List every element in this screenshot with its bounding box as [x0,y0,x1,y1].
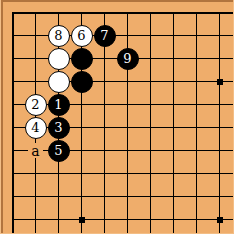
stone-black-C15[interactable]: 1 [48,94,70,116]
board-frame-left-highlight [0,0,1,234]
intersection-F18[interactable] [116,24,139,47]
intersection-K10[interactable] [208,208,231,231]
intersection-H13[interactable] [162,139,185,162]
stone-move-number: 2 [31,98,39,111]
intersection-E11[interactable] [93,185,116,208]
intersection-B15[interactable]: 2 [24,93,47,116]
intersection-G12[interactable] [139,162,162,185]
intersection-J10[interactable] [185,208,208,231]
intersection-F13[interactable] [116,139,139,162]
intersection-F19[interactable] [116,1,139,24]
intersection-D15[interactable] [70,93,93,116]
intersection-F12[interactable] [116,162,139,185]
stone-white-C16[interactable] [48,71,70,93]
intersection-B14[interactable]: 4 [24,116,47,139]
intersection-E16[interactable] [93,70,116,93]
star-point [217,79,223,85]
intersection-G10[interactable] [139,208,162,231]
intersection-A13[interactable] [1,139,24,162]
stone-black-D17[interactable] [71,48,93,70]
intersection-E10[interactable] [93,208,116,231]
intersection-F14[interactable] [116,116,139,139]
intersection-K15[interactable] [208,93,231,116]
stone-black-F17[interactable]: 9 [117,48,139,70]
board-cut-edge-right [233,0,234,234]
intersection-H14[interactable] [162,116,185,139]
intersection-D17[interactable] [70,47,93,70]
intersection-E19[interactable] [93,1,116,24]
stone-move-number: 4 [31,121,39,134]
intersection-E13[interactable] [93,139,116,162]
intersection-A16[interactable] [1,70,24,93]
intersection-G11[interactable] [139,185,162,208]
stone-move-number: 5 [54,144,62,157]
intersection-G16[interactable] [139,70,162,93]
intersection-G14[interactable] [139,116,162,139]
intersection-J16[interactable] [185,70,208,93]
intersection-B16[interactable] [24,70,47,93]
intersection-K19[interactable] [208,1,231,24]
intersection-H15[interactable] [162,93,185,116]
board-cut-edge-bottom [0,233,234,234]
stone-move-number: 3 [54,121,62,134]
stone-white-B14[interactable]: 4 [25,117,47,139]
intersection-C12[interactable] [47,162,70,185]
board-frame-left-edge [1,0,3,234]
intersection-K13[interactable] [208,139,231,162]
stone-black-C13[interactable]: 5 [48,140,70,162]
intersection-A12[interactable] [1,162,24,185]
intersection-K16[interactable] [208,70,231,93]
intersection-G17[interactable] [139,47,162,70]
intersection-B11[interactable] [24,185,47,208]
intersection-E17[interactable] [93,47,116,70]
intersection-D18[interactable]: 6 [70,24,93,47]
intersection-B12[interactable] [24,162,47,185]
stone-white-C18[interactable]: 8 [48,25,70,47]
intersection-G15[interactable] [139,93,162,116]
intersection-H11[interactable] [162,185,185,208]
board-grid: 86792143a5 [1,1,231,231]
intersection-E12[interactable] [93,162,116,185]
intersection-D11[interactable] [70,185,93,208]
stone-move-number: 7 [100,29,108,42]
intersection-A18[interactable] [1,24,24,47]
point-label-a[interactable]: a [28,143,43,158]
stone-black-E18[interactable]: 7 [94,25,116,47]
intersection-C14[interactable]: 3 [47,116,70,139]
go-board-diagram: 86792143a5 [0,0,234,234]
stone-white-D18[interactable]: 6 [71,25,93,47]
intersection-J11[interactable] [185,185,208,208]
intersection-J19[interactable] [185,1,208,24]
stone-white-B15[interactable]: 2 [25,94,47,116]
intersection-H18[interactable] [162,24,185,47]
stone-move-number: 8 [54,29,62,42]
stone-move-number: 6 [77,29,85,42]
intersection-E18[interactable]: 7 [93,24,116,47]
intersection-F16[interactable] [116,70,139,93]
intersection-K14[interactable] [208,116,231,139]
star-point [217,217,223,223]
stone-white-C17[interactable] [48,48,70,70]
board-frame-top-edge [0,0,234,2]
intersection-A11[interactable] [1,185,24,208]
intersection-D16[interactable] [70,70,93,93]
intersection-D19[interactable] [70,1,93,24]
intersection-C19[interactable] [47,1,70,24]
intersection-C10[interactable] [47,208,70,231]
intersection-D10[interactable] [70,208,93,231]
intersection-C11[interactable] [47,185,70,208]
intersection-C13[interactable]: 5 [47,139,70,162]
intersection-K11[interactable] [208,185,231,208]
stone-move-number: 9 [123,52,131,65]
intersection-C16[interactable] [47,70,70,93]
intersection-J17[interactable] [185,47,208,70]
intersection-J18[interactable] [185,24,208,47]
intersection-D14[interactable] [70,116,93,139]
intersection-H19[interactable] [162,1,185,24]
stone-black-D16[interactable] [71,71,93,93]
intersection-B17[interactable] [24,47,47,70]
intersection-B19[interactable] [24,1,47,24]
intersection-F17[interactable]: 9 [116,47,139,70]
intersection-K18[interactable] [208,24,231,47]
intersection-A10[interactable] [1,208,24,231]
intersection-J12[interactable] [185,162,208,185]
stone-move-number: 1 [54,98,62,111]
intersection-K12[interactable] [208,162,231,185]
intersection-J13[interactable] [185,139,208,162]
intersection-A14[interactable] [1,116,24,139]
intersection-B18[interactable] [24,24,47,47]
intersection-B13[interactable]: a [24,139,47,162]
intersection-C17[interactable] [47,47,70,70]
intersection-G18[interactable] [139,24,162,47]
intersection-G19[interactable] [139,1,162,24]
intersection-E15[interactable] [93,93,116,116]
intersection-G13[interactable] [139,139,162,162]
intersection-C18[interactable]: 8 [47,24,70,47]
intersection-C15[interactable]: 1 [47,93,70,116]
intersection-F11[interactable] [116,185,139,208]
intersection-H17[interactable] [162,47,185,70]
intersection-H10[interactable] [162,208,185,231]
intersection-A15[interactable] [1,93,24,116]
intersection-H12[interactable] [162,162,185,185]
intersection-H16[interactable] [162,70,185,93]
intersection-A19[interactable] [1,1,24,24]
intersection-B10[interactable] [24,208,47,231]
intersection-F10[interactable] [116,208,139,231]
intersection-E14[interactable] [93,116,116,139]
stone-black-C14[interactable]: 3 [48,117,70,139]
intersection-K17[interactable] [208,47,231,70]
star-point [79,217,85,223]
intersection-F15[interactable] [116,93,139,116]
intersection-A17[interactable] [1,47,24,70]
intersection-J14[interactable] [185,116,208,139]
intersection-J15[interactable] [185,93,208,116]
intersection-D13[interactable] [70,139,93,162]
intersection-D12[interactable] [70,162,93,185]
